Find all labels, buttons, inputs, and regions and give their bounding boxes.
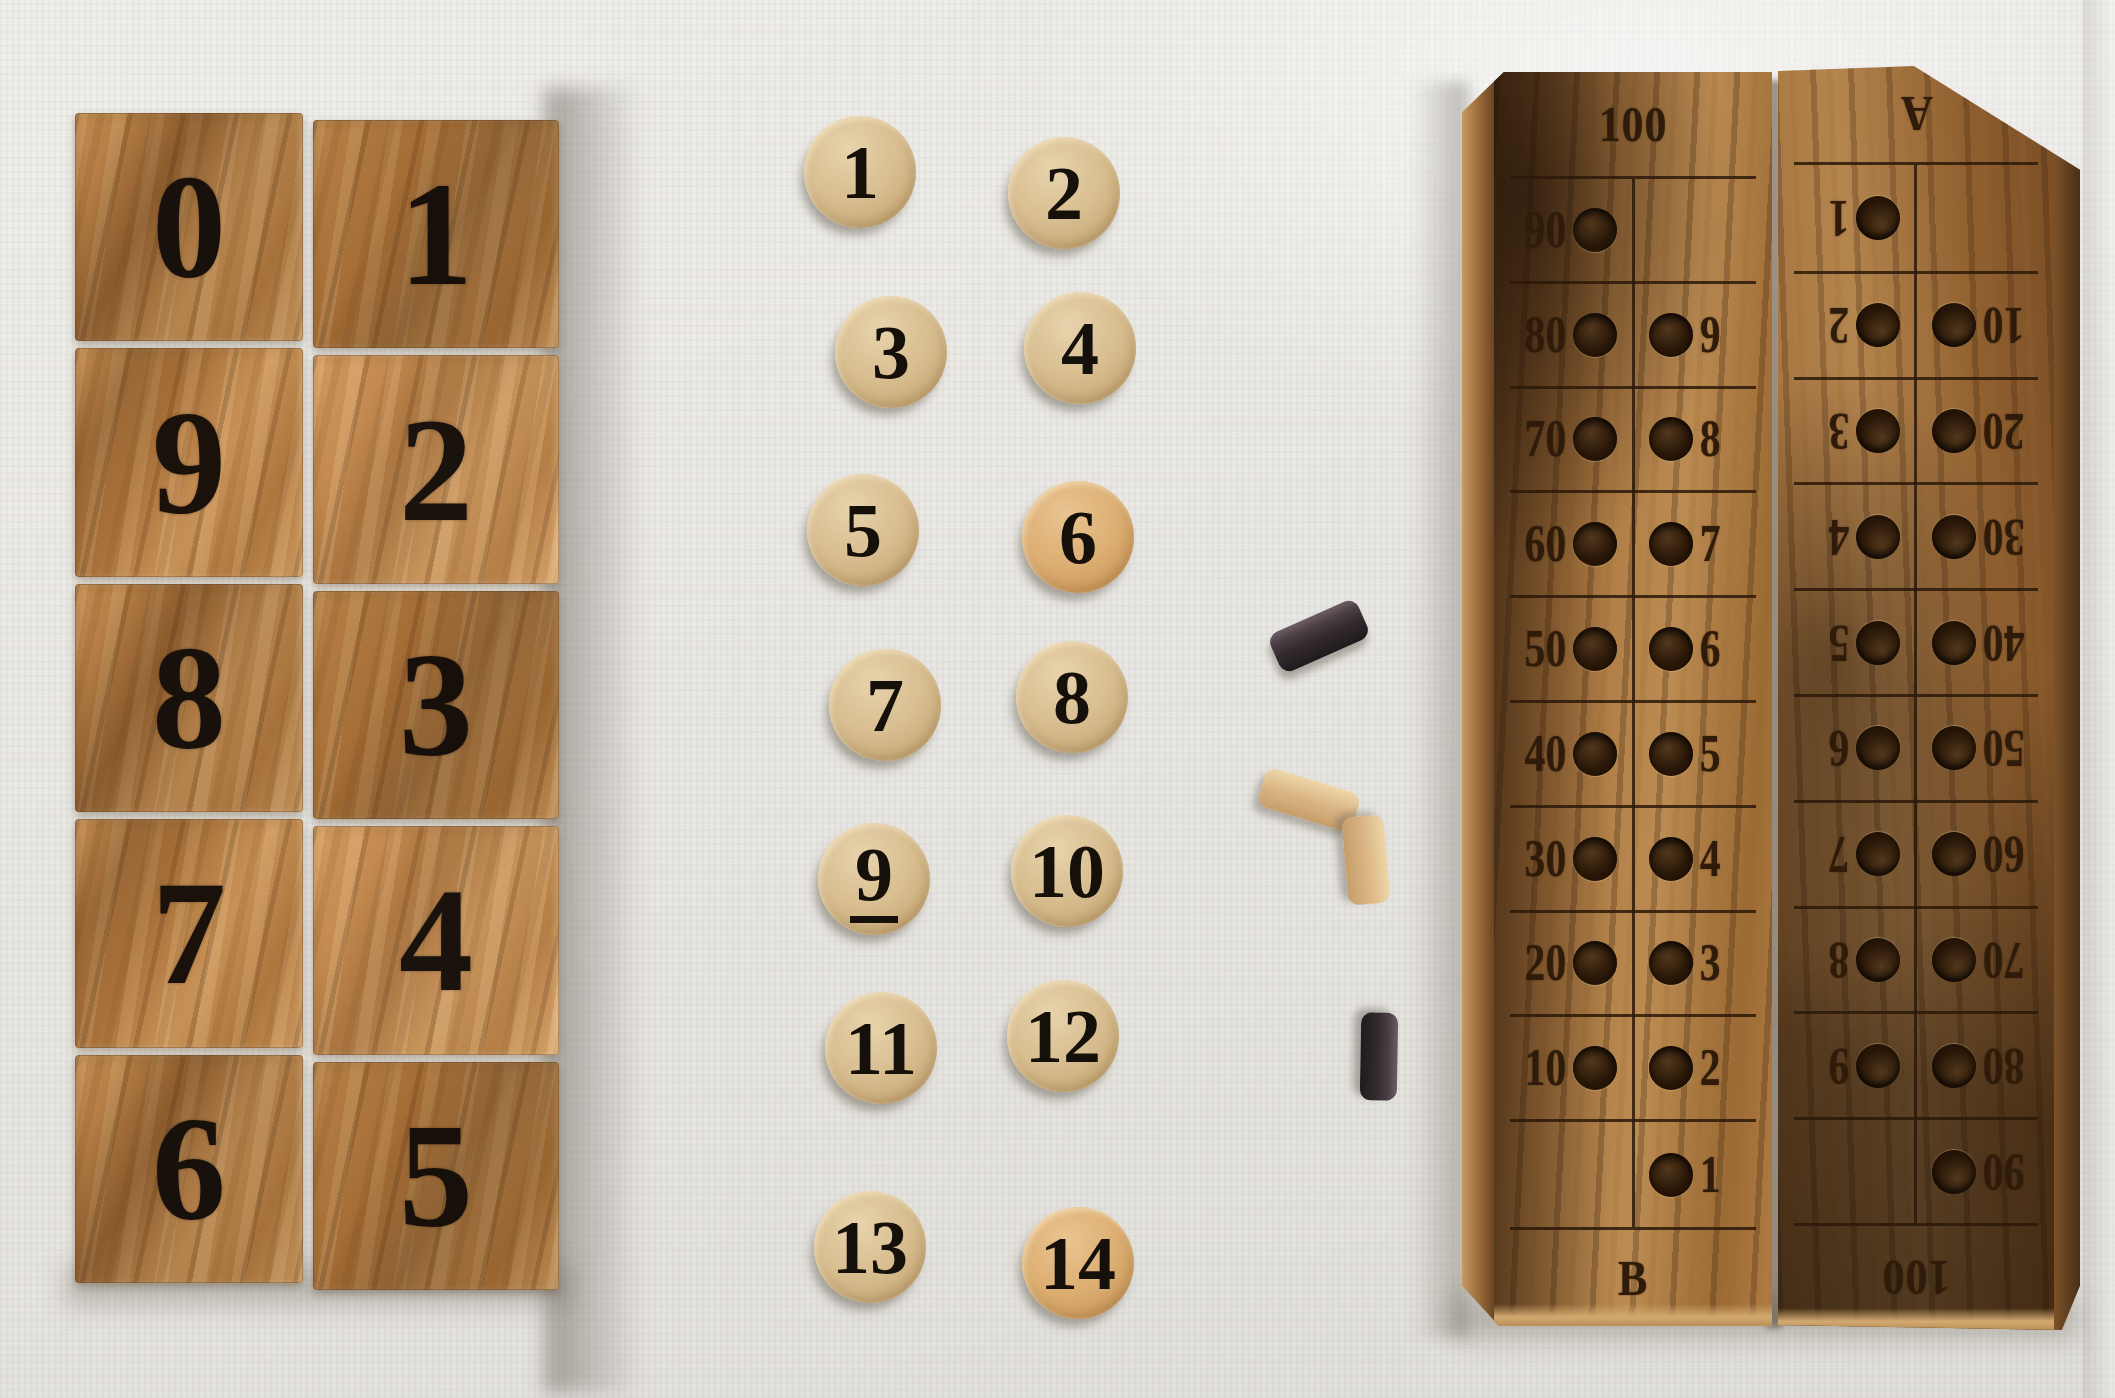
score-board-label: 100	[1599, 99, 1668, 149]
number-disc[interactable]: 12	[1007, 980, 1119, 1092]
tile-number: 6	[152, 1095, 226, 1243]
fabric-edge-highlight	[2083, 0, 2115, 1398]
score-rows: 908097086075064053042031021	[1510, 176, 1756, 1230]
number-disc[interactable]: 10	[1011, 815, 1123, 927]
peg-hole[interactable]	[1856, 938, 1900, 982]
number-disc[interactable]: 5	[807, 474, 919, 586]
score-row: 708	[1510, 389, 1756, 494]
disc-number: 12	[1025, 998, 1101, 1074]
score-number: 8	[1828, 934, 1854, 986]
score-number: 9	[1828, 1040, 1854, 1092]
score-row: 304	[1510, 808, 1756, 913]
peg-hole[interactable]	[1649, 1046, 1693, 1090]
peg-hole[interactable]	[1856, 409, 1900, 453]
score-number: 50	[1525, 623, 1571, 675]
score-row: 809	[1510, 284, 1756, 389]
number-tile[interactable]: 4	[313, 826, 559, 1054]
score-row: 1	[1510, 1122, 1756, 1227]
number-tile[interactable]: 2	[313, 355, 559, 583]
score-row: 203	[1510, 913, 1756, 1018]
disc-number: 8	[1053, 659, 1091, 735]
number-disc[interactable]: 2	[1008, 137, 1120, 249]
peg-hole[interactable]	[1932, 409, 1976, 453]
disc-number: 2	[1045, 155, 1083, 231]
score-number: 40	[1525, 728, 1571, 780]
score-number: 4	[1828, 511, 1854, 563]
table-scene: 0192837465 1234567891011121314 100908097…	[0, 0, 2115, 1398]
score-number: 2	[1828, 299, 1854, 351]
peg-hole[interactable]	[1649, 417, 1693, 461]
peg-hole[interactable]	[1649, 941, 1693, 985]
score-number: 80	[1525, 309, 1571, 361]
score-number: 1	[1828, 192, 1854, 244]
score-number: 7	[1695, 518, 1721, 570]
number-tile[interactable]: 5	[313, 1062, 559, 1290]
score-number: 30	[1525, 833, 1571, 885]
peg-hole[interactable]	[1856, 196, 1900, 240]
score-number: 40	[1978, 617, 2024, 669]
score-number: 4	[1695, 833, 1721, 885]
number-tile-board: 0192837465	[75, 113, 559, 1283]
score-number: 20	[1978, 405, 2024, 457]
peg-hole[interactable]	[1649, 732, 1693, 776]
peg-hole[interactable]	[1932, 515, 1976, 559]
score-row: 102	[1510, 1017, 1756, 1122]
peg-hole[interactable]	[1856, 515, 1900, 559]
score-number: 5	[1695, 728, 1721, 780]
peg-hole[interactable]	[1932, 832, 1976, 876]
disc-number: 3	[872, 314, 910, 390]
peg-hole[interactable]	[1573, 522, 1617, 566]
score-number: 20	[1525, 937, 1571, 989]
number-disc[interactable]: 11	[825, 992, 937, 1104]
score-board-a: 100908097086075064053042031021A	[1778, 66, 2080, 1330]
disc-number: 4	[1061, 310, 1099, 386]
score-row: 90	[1510, 179, 1756, 284]
number-disc[interactable]: 1	[804, 116, 916, 228]
score-number: 60	[1525, 518, 1571, 570]
natural-scoring-peg[interactable]	[1341, 814, 1391, 905]
score-number: 10	[1978, 299, 2024, 351]
peg-hole[interactable]	[1573, 417, 1617, 461]
peg-hole[interactable]	[1856, 1044, 1900, 1088]
score-number: 90	[1978, 1146, 2024, 1198]
disc-number: 1	[841, 134, 879, 210]
number-tile[interactable]: 8	[75, 584, 303, 812]
score-number: 70	[1978, 934, 2024, 986]
peg-hole[interactable]	[1649, 522, 1693, 566]
peg-hole[interactable]	[1573, 313, 1617, 357]
score-number: 7	[1828, 828, 1854, 880]
score-number: 60	[1978, 828, 2024, 880]
score-row: 708	[1794, 906, 2038, 1012]
disc-number: 6	[1059, 499, 1097, 575]
score-number: 50	[1978, 722, 2024, 774]
black-scoring-peg[interactable]	[1267, 597, 1372, 674]
number-disc[interactable]: 9	[818, 823, 930, 935]
disc-number: 14	[1040, 1225, 1116, 1301]
score-number: 90	[1525, 204, 1571, 256]
tile-number: 9	[152, 389, 226, 537]
black-scoring-peg[interactable]	[1360, 1012, 1399, 1101]
number-disc[interactable]: 13	[814, 1191, 926, 1303]
score-number: 9	[1695, 309, 1721, 361]
tile-number: 1	[399, 160, 473, 308]
peg-hole[interactable]	[1932, 1150, 1976, 1194]
tile-number: 7	[152, 859, 226, 1007]
tile-number: 0	[152, 153, 226, 301]
score-number: 2	[1695, 1042, 1721, 1094]
number-tile[interactable]: 7	[75, 819, 303, 1047]
disc-number: 13	[832, 1209, 908, 1285]
number-tile[interactable]: 0	[75, 113, 303, 341]
score-row: 506	[1794, 694, 2038, 800]
peg-hole[interactable]	[1932, 1044, 1976, 1088]
tile-number: 5	[399, 1102, 473, 1250]
score-row: 304	[1794, 482, 2038, 588]
number-disc[interactable]: 6	[1022, 481, 1134, 593]
plank-a-side-face	[2054, 66, 2080, 1330]
peg-hole[interactable]	[1573, 732, 1617, 776]
peg-hole[interactable]	[1932, 726, 1976, 770]
score-row: 405	[1510, 703, 1756, 808]
score-number: 3	[1695, 937, 1721, 989]
peg-hole[interactable]	[1649, 313, 1693, 357]
score-row: 90	[1794, 1117, 2038, 1223]
number-tile[interactable]: 9	[75, 348, 303, 576]
peg-hole[interactable]	[1573, 941, 1617, 985]
plank-b-cast-shadow	[1412, 82, 1468, 1338]
peg-hole[interactable]	[1649, 1153, 1693, 1197]
number-disc[interactable]: 14	[1022, 1207, 1134, 1319]
disc-number: 7	[866, 667, 904, 743]
score-row: 203	[1794, 377, 2038, 483]
peg-hole[interactable]	[1856, 832, 1900, 876]
score-number: 5	[1828, 617, 1854, 669]
score-number: 80	[1978, 1040, 2024, 1092]
score-number: 3	[1828, 405, 1854, 457]
score-row: 809	[1794, 1011, 2038, 1117]
tile-number: 8	[152, 624, 226, 772]
peg-hole[interactable]	[1856, 621, 1900, 665]
peg-hole[interactable]	[1649, 627, 1693, 671]
disc-number: 11	[845, 1010, 917, 1086]
score-row: 607	[1794, 800, 2038, 906]
peg-hole[interactable]	[1573, 837, 1617, 881]
score-row: 506	[1510, 598, 1756, 703]
score-number: 10	[1525, 1042, 1571, 1094]
number-disc[interactable]: 3	[835, 296, 947, 408]
score-number: 70	[1525, 413, 1571, 465]
peg-hole[interactable]	[1856, 303, 1900, 347]
peg-hole[interactable]	[1649, 837, 1693, 881]
score-number: 1	[1695, 1149, 1721, 1201]
score-number: 8	[1695, 413, 1721, 465]
score-number: 6	[1828, 722, 1854, 774]
tile-number: 4	[399, 866, 473, 1014]
number-tile[interactable]: 3	[313, 591, 559, 819]
tile-number: 2	[399, 396, 473, 544]
peg-hole[interactable]	[1932, 303, 1976, 347]
score-board-b: 100908097086075064053042031021B	[1462, 72, 1772, 1326]
score-row: 102	[1794, 271, 2038, 377]
score-number: 30	[1978, 511, 2024, 563]
disc-number: 5	[844, 492, 882, 568]
score-board-letter: B	[1618, 1253, 1648, 1303]
score-rows: 908097086075064053042031021	[1794, 162, 2038, 1226]
score-row: 607	[1510, 493, 1756, 598]
plank-b-face: 100908097086075064053042031021B	[1494, 72, 1772, 1326]
score-number: 6	[1695, 623, 1721, 675]
peg-hole[interactable]	[1573, 1046, 1617, 1090]
number-disc[interactable]: 8	[1016, 641, 1128, 753]
number-tile[interactable]: 1	[313, 120, 559, 348]
peg-hole[interactable]	[1573, 208, 1617, 252]
peg-hole[interactable]	[1932, 938, 1976, 982]
number-disc[interactable]: 7	[829, 649, 941, 761]
score-row: 1	[1794, 165, 2038, 271]
number-tile[interactable]: 6	[75, 1055, 303, 1283]
disc-number: 10	[1029, 833, 1105, 909]
score-row: 405	[1794, 588, 2038, 694]
disc-number: 9	[850, 836, 898, 923]
plank-b-side-face	[1462, 72, 1494, 1326]
score-board-label: 100	[1882, 1253, 1951, 1303]
peg-hole[interactable]	[1932, 621, 1976, 665]
number-disc[interactable]: 4	[1024, 292, 1136, 404]
plank-a-face: 100908097086075064053042031021A	[1778, 66, 2054, 1330]
tile-board-cast-shadow	[545, 88, 670, 1393]
tile-number: 3	[399, 631, 473, 779]
peg-hole[interactable]	[1573, 627, 1617, 671]
peg-hole[interactable]	[1856, 726, 1900, 770]
score-board-letter: A	[1900, 89, 1933, 139]
